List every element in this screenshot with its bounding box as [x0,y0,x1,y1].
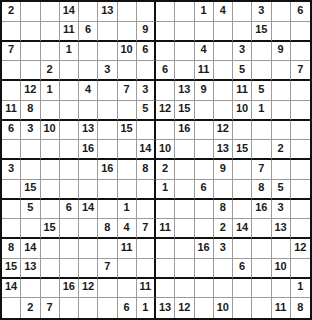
cell-r14c2[interactable]: 13 [21,259,40,279]
cell-r12c13[interactable]: 14 [233,219,252,239]
cell-r8c16[interactable] [291,140,310,160]
cell-r5c16[interactable] [291,81,310,101]
cell-r5c12[interactable] [214,81,233,101]
cell-r1c3[interactable] [41,2,60,22]
cell-r2c4[interactable]: 11 [60,22,79,42]
cell-r3c2[interactable] [21,42,40,62]
cell-r11c7[interactable]: 1 [118,200,137,220]
cell-r1c5[interactable] [79,2,98,22]
cell-r9c13[interactable] [233,160,252,180]
cell-r4c4[interactable] [60,61,79,81]
cell-r6c10[interactable]: 15 [175,101,194,121]
cell-r4c9[interactable]: 6 [156,61,175,81]
cell-r13c4[interactable] [60,239,79,259]
cell-r5c1[interactable] [2,81,21,101]
cell-r5c15[interactable] [272,81,291,101]
cell-r1c10[interactable] [175,2,194,22]
cell-r8c9[interactable]: 10 [156,140,175,160]
cell-r14c5[interactable] [79,259,98,279]
cell-r12c11[interactable] [195,219,214,239]
cell-r2c11[interactable] [195,22,214,42]
cell-r4c8[interactable] [137,61,156,81]
cell-r1c15[interactable] [272,2,291,22]
cell-r15c7[interactable] [118,279,137,299]
cell-r4c10[interactable] [175,61,194,81]
cell-r1c7[interactable] [118,2,137,22]
cell-r12c3[interactable]: 15 [41,219,60,239]
cell-r7c9[interactable] [156,121,175,141]
cell-r8c15[interactable]: 2 [272,140,291,160]
cell-r2c13[interactable] [233,22,252,42]
cell-r9c8[interactable]: 8 [137,160,156,180]
cell-r1c1[interactable]: 2 [2,2,21,22]
cell-r15c13[interactable] [233,279,252,299]
cell-r3c14[interactable] [252,42,271,62]
cell-r16c16[interactable]: 8 [291,298,310,318]
cell-r3c10[interactable] [175,42,194,62]
cell-r12c1[interactable] [2,219,21,239]
cell-r11c13[interactable] [233,200,252,220]
cell-r13c11[interactable]: 16 [195,239,214,259]
cell-r3c13[interactable]: 3 [233,42,252,62]
cell-r7c3[interactable]: 10 [41,121,60,141]
cell-r3c15[interactable]: 9 [272,42,291,62]
cell-r14c4[interactable] [60,259,79,279]
cell-r10c6[interactable] [98,180,117,200]
sudoku-board: 2141314361169157110643923611571214731391… [0,0,312,320]
cell-r7c2[interactable]: 3 [21,121,40,141]
cell-r2c10[interactable] [175,22,194,42]
cell-r6c16[interactable] [291,101,310,121]
cell-r3c9[interactable] [156,42,175,62]
cell-r9c5[interactable] [79,160,98,180]
cell-r3c4[interactable]: 1 [60,42,79,62]
cell-r2c15[interactable] [272,22,291,42]
cell-r1c9[interactable] [156,2,175,22]
cell-r10c16[interactable] [291,180,310,200]
cell-r13c16[interactable]: 12 [291,239,310,259]
cell-r16c5[interactable] [79,298,98,318]
cell-r12c2[interactable] [21,219,40,239]
cell-r11c1[interactable] [2,200,21,220]
cell-r2c14[interactable]: 15 [252,22,271,42]
cell-r6c14[interactable]: 1 [252,101,271,121]
cell-r10c2[interactable]: 15 [21,180,40,200]
cell-r6c7[interactable] [118,101,137,121]
cell-r16c9[interactable]: 13 [156,298,175,318]
cell-r1c12[interactable]: 4 [214,2,233,22]
cell-r4c6[interactable]: 3 [98,61,117,81]
cell-r16c4[interactable] [60,298,79,318]
cell-r13c6[interactable] [98,239,117,259]
cell-r6c5[interactable] [79,101,98,121]
cell-r6c9[interactable]: 12 [156,101,175,121]
cell-r4c16[interactable]: 7 [291,61,310,81]
cell-r1c6[interactable]: 13 [98,2,117,22]
cell-r2c5[interactable]: 6 [79,22,98,42]
cell-r12c15[interactable]: 13 [272,219,291,239]
cell-r6c11[interactable] [195,101,214,121]
cell-r13c8[interactable] [137,239,156,259]
cell-r14c1[interactable]: 15 [2,259,21,279]
cell-r10c1[interactable] [2,180,21,200]
cell-r3c3[interactable] [41,42,60,62]
cell-r10c9[interactable]: 1 [156,180,175,200]
cell-r3c16[interactable] [291,42,310,62]
cell-r9c15[interactable] [272,160,291,180]
cell-r10c8[interactable] [137,180,156,200]
cell-r16c6[interactable] [98,298,117,318]
cell-r16c13[interactable] [233,298,252,318]
cell-r14c6[interactable]: 7 [98,259,117,279]
cell-r10c14[interactable]: 8 [252,180,271,200]
cell-r5c4[interactable] [60,81,79,101]
cell-r7c12[interactable]: 12 [214,121,233,141]
cell-r16c3[interactable]: 7 [41,298,60,318]
cell-r4c5[interactable] [79,61,98,81]
cell-r7c11[interactable] [195,121,214,141]
cell-r11c3[interactable] [41,200,60,220]
cell-r4c11[interactable]: 11 [195,61,214,81]
cell-r6c12[interactable] [214,101,233,121]
cell-r15c2[interactable] [21,279,40,299]
cell-r12c4[interactable] [60,219,79,239]
cell-r1c16[interactable]: 6 [291,2,310,22]
cell-r1c14[interactable]: 3 [252,2,271,22]
cell-r7c14[interactable] [252,121,271,141]
cell-r8c14[interactable] [252,140,271,160]
cell-r4c3[interactable]: 2 [41,61,60,81]
cell-r9c9[interactable]: 2 [156,160,175,180]
cell-r15c3[interactable] [41,279,60,299]
cell-r9c3[interactable] [41,160,60,180]
cell-r6c1[interactable]: 11 [2,101,21,121]
cell-r6c4[interactable] [60,101,79,121]
cell-r3c1[interactable]: 7 [2,42,21,62]
cell-r8c12[interactable]: 13 [214,140,233,160]
cell-r11c5[interactable]: 14 [79,200,98,220]
cell-r14c7[interactable] [118,259,137,279]
cell-r15c12[interactable] [214,279,233,299]
cell-r15c14[interactable] [252,279,271,299]
cell-r12c10[interactable] [175,219,194,239]
cell-r12c8[interactable]: 7 [137,219,156,239]
cell-r2c7[interactable] [118,22,137,42]
cell-r7c1[interactable]: 6 [2,121,21,141]
cell-r10c11[interactable]: 6 [195,180,214,200]
cell-r11c10[interactable] [175,200,194,220]
cell-r16c1[interactable] [2,298,21,318]
cell-r4c15[interactable] [272,61,291,81]
cell-r8c13[interactable]: 15 [233,140,252,160]
cell-r14c12[interactable] [214,259,233,279]
cell-r15c11[interactable] [195,279,214,299]
cell-r15c5[interactable]: 12 [79,279,98,299]
cell-r13c9[interactable] [156,239,175,259]
cell-r9c12[interactable]: 9 [214,160,233,180]
cell-r12c7[interactable]: 4 [118,219,137,239]
cell-r14c16[interactable] [291,259,310,279]
cell-r14c13[interactable]: 6 [233,259,252,279]
cell-r5c14[interactable]: 5 [252,81,271,101]
cell-r16c10[interactable]: 12 [175,298,194,318]
cell-r2c12[interactable] [214,22,233,42]
cell-r1c2[interactable] [21,2,40,22]
cell-r1c11[interactable]: 1 [195,2,214,22]
cell-r16c7[interactable]: 6 [118,298,137,318]
cell-r1c13[interactable] [233,2,252,22]
cell-r2c2[interactable] [21,22,40,42]
cell-r5c6[interactable] [98,81,117,101]
cell-r13c7[interactable]: 11 [118,239,137,259]
cell-r5c9[interactable] [156,81,175,101]
cell-r15c10[interactable] [175,279,194,299]
cell-r10c15[interactable]: 5 [272,180,291,200]
cell-r6c8[interactable]: 5 [137,101,156,121]
cell-r3c5[interactable] [79,42,98,62]
cell-r14c9[interactable] [156,259,175,279]
cell-r7c10[interactable]: 16 [175,121,194,141]
cell-r12c6[interactable]: 8 [98,219,117,239]
cell-r8c1[interactable] [2,140,21,160]
cell-r6c3[interactable] [41,101,60,121]
cell-r5c3[interactable]: 1 [41,81,60,101]
cell-r7c13[interactable] [233,121,252,141]
cell-r11c6[interactable] [98,200,117,220]
cell-r16c14[interactable] [252,298,271,318]
cell-r9c6[interactable]: 16 [98,160,117,180]
cell-r2c16[interactable] [291,22,310,42]
cell-r13c3[interactable] [41,239,60,259]
cell-r15c9[interactable] [156,279,175,299]
cell-r4c12[interactable] [214,61,233,81]
cell-r16c8[interactable]: 1 [137,298,156,318]
cell-r4c2[interactable] [21,61,40,81]
cell-r11c2[interactable]: 5 [21,200,40,220]
cell-r2c1[interactable] [2,22,21,42]
cell-r11c8[interactable] [137,200,156,220]
cell-r2c6[interactable] [98,22,117,42]
cell-r10c3[interactable] [41,180,60,200]
cell-r10c10[interactable] [175,180,194,200]
cell-r12c16[interactable] [291,219,310,239]
cell-r5c2[interactable]: 12 [21,81,40,101]
cell-r11c16[interactable] [291,200,310,220]
cell-r13c5[interactable] [79,239,98,259]
cell-r9c1[interactable]: 3 [2,160,21,180]
cell-r8c3[interactable] [41,140,60,160]
cell-r5c5[interactable]: 4 [79,81,98,101]
cell-r2c3[interactable] [41,22,60,42]
cell-r7c4[interactable] [60,121,79,141]
cell-r1c4[interactable]: 14 [60,2,79,22]
cell-r3c6[interactable] [98,42,117,62]
cell-r14c15[interactable]: 10 [272,259,291,279]
cell-r11c9[interactable] [156,200,175,220]
cell-r13c13[interactable] [233,239,252,259]
cell-r14c8[interactable] [137,259,156,279]
cell-r7c7[interactable]: 15 [118,121,137,141]
cell-r13c1[interactable]: 8 [2,239,21,259]
cell-r5c7[interactable]: 7 [118,81,137,101]
cell-r12c5[interactable] [79,219,98,239]
cell-r6c2[interactable]: 8 [21,101,40,121]
cell-r6c13[interactable]: 10 [233,101,252,121]
cell-r11c12[interactable]: 8 [214,200,233,220]
cell-r7c6[interactable] [98,121,117,141]
cell-r11c15[interactable]: 3 [272,200,291,220]
cell-r13c10[interactable] [175,239,194,259]
cell-r5c13[interactable]: 11 [233,81,252,101]
cell-r15c8[interactable]: 11 [137,279,156,299]
cell-r8c6[interactable] [98,140,117,160]
cell-r16c11[interactable] [195,298,214,318]
cell-r8c8[interactable]: 14 [137,140,156,160]
cell-r12c9[interactable]: 11 [156,219,175,239]
cell-r15c16[interactable]: 1 [291,279,310,299]
cell-r12c14[interactable] [252,219,271,239]
cell-r1c8[interactable] [137,2,156,22]
cell-r2c9[interactable] [156,22,175,42]
cell-r7c8[interactable] [137,121,156,141]
cell-r9c14[interactable]: 7 [252,160,271,180]
cell-r6c6[interactable] [98,101,117,121]
cell-r10c12[interactable] [214,180,233,200]
cell-r13c12[interactable]: 3 [214,239,233,259]
cell-r8c10[interactable] [175,140,194,160]
cell-r14c3[interactable] [41,259,60,279]
cell-r13c2[interactable]: 14 [21,239,40,259]
cell-r9c10[interactable] [175,160,194,180]
cell-r2c8[interactable]: 9 [137,22,156,42]
cell-r9c4[interactable] [60,160,79,180]
cell-r4c1[interactable] [2,61,21,81]
cell-r15c6[interactable] [98,279,117,299]
cell-r16c12[interactable]: 10 [214,298,233,318]
cell-r10c7[interactable] [118,180,137,200]
cell-r12c12[interactable]: 2 [214,219,233,239]
cell-r5c11[interactable]: 9 [195,81,214,101]
cell-r7c16[interactable] [291,121,310,141]
cell-r10c5[interactable] [79,180,98,200]
cell-r16c2[interactable]: 2 [21,298,40,318]
cell-r4c14[interactable] [252,61,271,81]
cell-r9c7[interactable] [118,160,137,180]
cell-r3c11[interactable]: 4 [195,42,214,62]
cell-r14c10[interactable] [175,259,194,279]
cell-r8c4[interactable] [60,140,79,160]
cell-r15c4[interactable]: 16 [60,279,79,299]
cell-r11c4[interactable]: 6 [60,200,79,220]
cell-r3c7[interactable]: 10 [118,42,137,62]
cell-r4c13[interactable]: 5 [233,61,252,81]
cell-r15c15[interactable] [272,279,291,299]
cell-r13c15[interactable] [272,239,291,259]
cell-r10c13[interactable] [233,180,252,200]
cell-r5c10[interactable]: 13 [175,81,194,101]
cell-r4c7[interactable] [118,61,137,81]
cell-r8c5[interactable]: 16 [79,140,98,160]
cell-r10c4[interactable] [60,180,79,200]
cell-r8c11[interactable] [195,140,214,160]
cell-r9c11[interactable] [195,160,214,180]
cell-r16c15[interactable]: 11 [272,298,291,318]
cell-r3c8[interactable]: 6 [137,42,156,62]
cell-r9c2[interactable] [21,160,40,180]
cell-r11c11[interactable] [195,200,214,220]
cell-r8c7[interactable] [118,140,137,160]
cell-r3c12[interactable] [214,42,233,62]
cell-r11c14[interactable]: 16 [252,200,271,220]
cell-r7c15[interactable] [272,121,291,141]
cell-r14c14[interactable] [252,259,271,279]
cell-r5c8[interactable]: 3 [137,81,156,101]
cell-r6c15[interactable] [272,101,291,121]
cell-r8c2[interactable] [21,140,40,160]
cell-r13c14[interactable] [252,239,271,259]
cell-r7c5[interactable]: 13 [79,121,98,141]
cell-r15c1[interactable]: 14 [2,279,21,299]
cell-r9c16[interactable] [291,160,310,180]
cell-r14c11[interactable] [195,259,214,279]
